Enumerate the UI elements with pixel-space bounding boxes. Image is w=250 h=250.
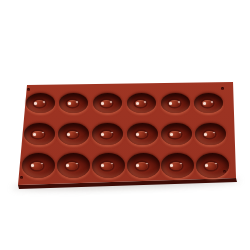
mold-cavity bbox=[127, 123, 158, 145]
specular-highlight bbox=[76, 101, 78, 103]
corner-pinhole bbox=[27, 88, 30, 91]
mold-cavity bbox=[161, 93, 190, 113]
specular-highlight bbox=[146, 163, 148, 165]
specular-highlight bbox=[215, 163, 217, 165]
corner-pinhole bbox=[221, 87, 224, 90]
mold-cavity bbox=[92, 123, 123, 145]
specular-highlight bbox=[203, 102, 206, 105]
mold-cavity bbox=[194, 93, 223, 113]
mold-cavity bbox=[161, 123, 192, 145]
specular-highlight bbox=[110, 101, 112, 103]
mold-cavity bbox=[161, 153, 194, 178]
mold-cavity bbox=[24, 123, 55, 145]
specular-highlight bbox=[136, 133, 139, 136]
specular-highlight bbox=[136, 102, 139, 105]
specular-highlight bbox=[211, 101, 213, 103]
specular-highlight bbox=[33, 133, 36, 136]
specular-highlight bbox=[144, 101, 146, 103]
mold-cavity bbox=[127, 153, 160, 178]
mold-cavity bbox=[195, 123, 226, 145]
specular-highlight bbox=[68, 102, 71, 105]
mold-cavity bbox=[196, 153, 229, 178]
specular-highlight bbox=[204, 133, 207, 136]
specular-highlight bbox=[178, 101, 180, 103]
mold-cavity bbox=[93, 93, 122, 113]
corner-pinhole bbox=[223, 170, 226, 173]
corner-pinhole bbox=[20, 176, 23, 179]
mold-cavity bbox=[26, 93, 55, 113]
specular-highlight bbox=[67, 133, 70, 136]
mold-cavity bbox=[58, 123, 89, 145]
mold-cavity bbox=[57, 153, 90, 178]
mold-cavity bbox=[22, 153, 55, 178]
mold-cavity bbox=[92, 153, 125, 178]
product-photo bbox=[0, 0, 250, 250]
specular-highlight bbox=[111, 163, 113, 165]
mold-cavity bbox=[127, 93, 156, 113]
specular-highlight bbox=[41, 163, 43, 165]
specular-highlight bbox=[180, 163, 182, 165]
specular-highlight bbox=[76, 163, 78, 165]
specular-highlight bbox=[43, 101, 45, 103]
mold-cavity bbox=[59, 93, 88, 113]
specular-highlight bbox=[170, 133, 173, 136]
